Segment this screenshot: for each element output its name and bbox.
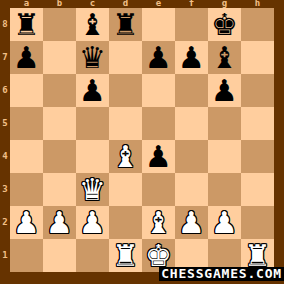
board-frame: abcdefgh 87654321 ♜♝♜♚♟♛♟♟♝♟♟♝♟♛♟♟♟♝♟♟♜♚… — [0, 0, 284, 284]
square-f6[interactable] — [175, 74, 208, 107]
square-b7[interactable] — [43, 41, 76, 74]
square-f5[interactable] — [175, 107, 208, 140]
file-label-e: e — [142, 0, 175, 8]
square-b5[interactable] — [43, 107, 76, 140]
black-pawn: ♟ — [211, 76, 238, 106]
square-c3[interactable]: ♛ — [76, 173, 109, 206]
rank-label-2: 2 — [0, 206, 10, 239]
square-c6[interactable]: ♟ — [76, 74, 109, 107]
white-pawn: ♟ — [13, 208, 40, 238]
square-h7[interactable] — [241, 41, 274, 74]
rank-label-7: 7 — [0, 41, 10, 74]
square-c8[interactable]: ♝ — [76, 8, 109, 41]
square-d3[interactable] — [109, 173, 142, 206]
white-rook: ♜ — [112, 241, 139, 271]
square-b1[interactable] — [43, 239, 76, 272]
square-a7[interactable]: ♟ — [10, 41, 43, 74]
square-d7[interactable] — [109, 41, 142, 74]
black-bishop: ♝ — [79, 10, 106, 40]
square-f7[interactable]: ♟ — [175, 41, 208, 74]
white-bishop: ♝ — [145, 208, 172, 238]
rank-label-8: 8 — [0, 8, 10, 41]
square-f4[interactable] — [175, 140, 208, 173]
square-a5[interactable] — [10, 107, 43, 140]
square-b3[interactable] — [43, 173, 76, 206]
white-pawn: ♟ — [79, 208, 106, 238]
square-f8[interactable] — [175, 8, 208, 41]
black-pawn: ♟ — [79, 76, 106, 106]
square-e2[interactable]: ♝ — [142, 206, 175, 239]
square-g6[interactable]: ♟ — [208, 74, 241, 107]
square-e8[interactable] — [142, 8, 175, 41]
file-label-f: f — [175, 0, 208, 8]
square-f2[interactable]: ♟ — [175, 206, 208, 239]
square-g8[interactable]: ♚ — [208, 8, 241, 41]
square-a1[interactable] — [10, 239, 43, 272]
square-a8[interactable]: ♜ — [10, 8, 43, 41]
square-b4[interactable] — [43, 140, 76, 173]
square-d1[interactable]: ♜ — [109, 239, 142, 272]
white-queen: ♛ — [79, 175, 106, 205]
square-a3[interactable] — [10, 173, 43, 206]
square-a6[interactable] — [10, 74, 43, 107]
square-h4[interactable] — [241, 140, 274, 173]
rank-label-5: 5 — [0, 107, 10, 140]
square-c4[interactable] — [76, 140, 109, 173]
square-e4[interactable]: ♟ — [142, 140, 175, 173]
white-pawn: ♟ — [46, 208, 73, 238]
black-pawn: ♟ — [13, 43, 40, 73]
black-king: ♚ — [211, 10, 238, 40]
square-e5[interactable] — [142, 107, 175, 140]
black-pawn: ♟ — [178, 43, 205, 73]
white-pawn: ♟ — [211, 208, 238, 238]
square-h5[interactable] — [241, 107, 274, 140]
square-e3[interactable] — [142, 173, 175, 206]
square-g5[interactable] — [208, 107, 241, 140]
black-rook: ♜ — [112, 10, 139, 40]
square-h6[interactable] — [241, 74, 274, 107]
square-h8[interactable] — [241, 8, 274, 41]
square-h3[interactable] — [241, 173, 274, 206]
square-d4[interactable]: ♝ — [109, 140, 142, 173]
rank-label-1: 1 — [0, 239, 10, 272]
square-d5[interactable] — [109, 107, 142, 140]
square-d6[interactable] — [109, 74, 142, 107]
rank-label-6: 6 — [0, 74, 10, 107]
white-pawn: ♟ — [178, 208, 205, 238]
rank-label-4: 4 — [0, 140, 10, 173]
black-queen: ♛ — [79, 43, 106, 73]
square-g3[interactable] — [208, 173, 241, 206]
square-b8[interactable] — [43, 8, 76, 41]
square-f3[interactable] — [175, 173, 208, 206]
square-h2[interactable] — [241, 206, 274, 239]
square-c2[interactable]: ♟ — [76, 206, 109, 239]
file-label-h: h — [241, 0, 274, 8]
file-label-b: b — [43, 0, 76, 8]
white-bishop: ♝ — [112, 142, 139, 172]
square-a2[interactable]: ♟ — [10, 206, 43, 239]
square-d2[interactable] — [109, 206, 142, 239]
site-watermark: CHESSGAMES.COM — [159, 267, 284, 281]
square-b6[interactable] — [43, 74, 76, 107]
rank-label-3: 3 — [0, 173, 10, 206]
black-bishop: ♝ — [211, 43, 238, 73]
chess-board: ♜♝♜♚♟♛♟♟♝♟♟♝♟♛♟♟♟♝♟♟♜♚♜ — [10, 8, 274, 272]
square-a4[interactable] — [10, 140, 43, 173]
square-c5[interactable] — [76, 107, 109, 140]
square-g7[interactable]: ♝ — [208, 41, 241, 74]
black-pawn: ♟ — [145, 142, 172, 172]
square-g2[interactable]: ♟ — [208, 206, 241, 239]
square-b2[interactable]: ♟ — [43, 206, 76, 239]
square-c1[interactable] — [76, 239, 109, 272]
square-e7[interactable]: ♟ — [142, 41, 175, 74]
square-d8[interactable]: ♜ — [109, 8, 142, 41]
square-g4[interactable] — [208, 140, 241, 173]
square-e6[interactable] — [142, 74, 175, 107]
black-pawn: ♟ — [145, 43, 172, 73]
black-rook: ♜ — [13, 10, 40, 40]
square-c7[interactable]: ♛ — [76, 41, 109, 74]
